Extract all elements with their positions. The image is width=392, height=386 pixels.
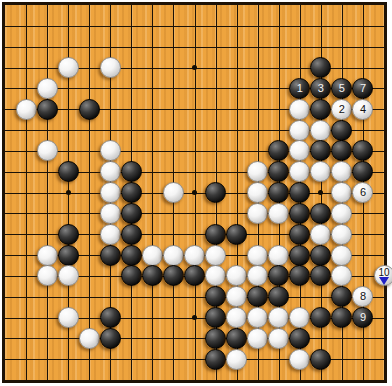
stone-black (310, 245, 331, 266)
move-number-label: 6 (353, 183, 372, 202)
move-stone-8: 8 (352, 286, 373, 307)
stone-white (37, 245, 58, 266)
stone-white (226, 349, 247, 370)
stone-white (37, 140, 58, 161)
last-move-triangle-icon (379, 277, 389, 285)
stone-white (247, 161, 268, 182)
stone-white (268, 307, 289, 328)
stone-white (142, 245, 163, 266)
stone-white (58, 57, 79, 78)
stone-black (331, 120, 352, 141)
move-stone-9: 9 (352, 307, 373, 328)
stone-black (310, 349, 331, 370)
stone-black (289, 245, 310, 266)
move-stone-6: 6 (352, 182, 373, 203)
stone-white (163, 245, 184, 266)
move-number-label: 3 (311, 79, 330, 98)
stone-black (79, 99, 100, 120)
move-stone-3: 3 (310, 78, 331, 99)
stone-black (58, 161, 79, 182)
stone-white (247, 328, 268, 349)
stone-black (163, 265, 184, 286)
move-stone-4: 4 (352, 99, 373, 120)
stone-black (121, 203, 142, 224)
star-point (318, 190, 323, 195)
stone-black (331, 307, 352, 328)
move-number-label: 7 (353, 79, 372, 98)
stone-white (205, 265, 226, 286)
stone-white (100, 140, 121, 161)
stone-black (268, 140, 289, 161)
stone-black (100, 307, 121, 328)
stone-white (331, 182, 352, 203)
stone-black (226, 224, 247, 245)
stone-white (58, 307, 79, 328)
stone-white (37, 265, 58, 286)
stone-black (205, 182, 226, 203)
stone-black (310, 203, 331, 224)
stone-white (247, 265, 268, 286)
grid-line-horizontal (5, 338, 384, 339)
go-board[interactable]: 13572461089 (2, 2, 387, 383)
move-number-label: 1 (290, 79, 309, 98)
stone-white (268, 203, 289, 224)
stone-black (268, 286, 289, 307)
star-point (192, 190, 197, 195)
stone-white (100, 161, 121, 182)
stone-white (100, 182, 121, 203)
stone-black (100, 245, 121, 266)
stone-black (121, 182, 142, 203)
stone-black (331, 140, 352, 161)
stone-white (100, 57, 121, 78)
stone-white (268, 328, 289, 349)
stone-black (268, 182, 289, 203)
stone-white (184, 245, 205, 266)
stone-black (310, 140, 331, 161)
stone-white (16, 99, 37, 120)
stone-black (289, 265, 310, 286)
stone-black (100, 328, 121, 349)
stone-black (310, 57, 331, 78)
star-point (66, 190, 71, 195)
stone-white (331, 224, 352, 245)
stone-white (226, 286, 247, 307)
star-point (192, 315, 197, 320)
stone-black (352, 140, 373, 161)
move-stone-10: 10 (374, 265, 392, 286)
stone-white (289, 99, 310, 120)
stone-white (289, 120, 310, 141)
move-number-label: 8 (353, 287, 372, 306)
stone-black (205, 286, 226, 307)
stone-black (247, 286, 268, 307)
stone-black (58, 224, 79, 245)
stone-black (268, 161, 289, 182)
stone-black (289, 224, 310, 245)
stone-black (310, 99, 331, 120)
stone-black (289, 203, 310, 224)
stone-white (331, 265, 352, 286)
star-point (192, 65, 197, 70)
move-number-label: 5 (332, 79, 351, 98)
stone-black (58, 245, 79, 266)
stone-white (289, 307, 310, 328)
stone-black (310, 307, 331, 328)
stone-white (331, 203, 352, 224)
stone-black (289, 328, 310, 349)
stone-white (226, 307, 247, 328)
stone-black (205, 349, 226, 370)
stone-white (247, 182, 268, 203)
stone-white (289, 349, 310, 370)
stone-white (37, 78, 58, 99)
stone-white (310, 224, 331, 245)
stone-white (247, 245, 268, 266)
stone-white (268, 245, 289, 266)
stone-black (142, 265, 163, 286)
stone-black (310, 265, 331, 286)
stone-black (205, 328, 226, 349)
stone-white (247, 203, 268, 224)
stone-black (352, 161, 373, 182)
stone-black (226, 328, 247, 349)
stone-white (58, 265, 79, 286)
move-number-label: 2 (332, 100, 351, 119)
stone-white (289, 161, 310, 182)
stone-white (205, 245, 226, 266)
stone-black (37, 99, 58, 120)
stone-black (121, 245, 142, 266)
stone-white (310, 120, 331, 141)
stone-black (121, 265, 142, 286)
stone-white (163, 182, 184, 203)
stone-white (331, 161, 352, 182)
stone-white (100, 203, 121, 224)
stone-white (100, 224, 121, 245)
grid-line-horizontal (5, 297, 384, 298)
stone-white (289, 140, 310, 161)
move-stone-1: 1 (289, 78, 310, 99)
stone-white (310, 161, 331, 182)
go-diagram: 13572461089 (0, 0, 392, 386)
move-number-label: 4 (353, 100, 372, 119)
stone-white (247, 307, 268, 328)
stone-white (79, 328, 100, 349)
stone-black (205, 307, 226, 328)
stone-white (331, 245, 352, 266)
stone-black (268, 265, 289, 286)
move-stone-2: 2 (331, 99, 352, 120)
stone-black (184, 265, 205, 286)
move-stone-7: 7 (352, 78, 373, 99)
stone-black (121, 224, 142, 245)
stone-black (289, 182, 310, 203)
stone-white (226, 265, 247, 286)
stone-black (205, 224, 226, 245)
stone-black (331, 286, 352, 307)
stone-black (121, 161, 142, 182)
move-number-label: 9 (353, 308, 372, 327)
move-stone-5: 5 (331, 78, 352, 99)
